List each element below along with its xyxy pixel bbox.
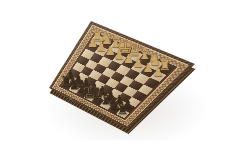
piece-white-pawn: ♟ bbox=[152, 66, 163, 79]
pieces-layer: ♜♞♟♝♟♚♟♛♟♝♟♞♟♜♟♟♟♟♜♟♞♟♝♟♚♟♛♟♝♟♞♜ bbox=[0, 0, 240, 150]
product-photo: ♜♞♟♝♟♚♟♛♟♝♟♞♟♜♟♟♟♟♜♟♞♟♝♟♚♟♛♟♝♟♞♜ bbox=[0, 0, 240, 150]
piece-black-rook: ♜ bbox=[116, 102, 129, 116]
